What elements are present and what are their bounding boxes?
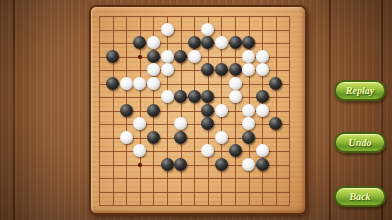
white-stone <box>201 144 214 157</box>
white-stone <box>242 50 255 63</box>
white-stone <box>133 117 146 130</box>
white-stone <box>229 77 242 90</box>
gomoku-board[interactable] <box>89 5 307 215</box>
white-stone <box>161 63 174 76</box>
black-stone <box>242 36 255 49</box>
white-stone <box>256 104 269 117</box>
white-stone <box>242 117 255 130</box>
white-stone <box>256 144 269 157</box>
black-stone <box>188 36 201 49</box>
grid-line-vertical <box>276 16 277 206</box>
white-stone <box>201 23 214 36</box>
grid-line-vertical <box>289 16 290 206</box>
back-button[interactable]: Back <box>334 186 386 207</box>
black-stone <box>147 131 160 144</box>
black-stone <box>201 36 214 49</box>
white-stone <box>133 144 146 157</box>
black-stone <box>174 158 187 171</box>
white-stone <box>161 90 174 103</box>
white-stone <box>215 36 228 49</box>
black-stone <box>201 104 214 117</box>
grid-line-horizontal <box>99 178 290 179</box>
star-point <box>138 163 142 167</box>
black-stone <box>215 158 228 171</box>
white-stone <box>215 131 228 144</box>
black-stone <box>174 90 187 103</box>
black-stone <box>256 158 269 171</box>
black-stone <box>106 77 119 90</box>
grid-line-horizontal <box>99 192 290 193</box>
game-screen: Replay Undo Back <box>0 0 392 220</box>
black-stone <box>256 90 269 103</box>
black-stone <box>229 36 242 49</box>
white-stone <box>229 90 242 103</box>
white-stone <box>215 104 228 117</box>
white-stone <box>133 77 146 90</box>
black-stone <box>147 50 160 63</box>
black-stone <box>174 131 187 144</box>
black-stone <box>269 117 282 130</box>
white-stone <box>161 23 174 36</box>
white-stone <box>256 63 269 76</box>
replay-button[interactable]: Replay <box>334 80 386 101</box>
white-stone <box>174 117 187 130</box>
black-stone <box>133 36 146 49</box>
white-stone <box>147 77 160 90</box>
black-stone <box>229 63 242 76</box>
black-stone <box>269 77 282 90</box>
white-stone <box>161 50 174 63</box>
white-stone <box>188 50 201 63</box>
black-stone <box>106 50 119 63</box>
black-stone <box>201 90 214 103</box>
wood-plank-seam <box>329 0 331 220</box>
black-stone <box>161 158 174 171</box>
black-stone <box>242 131 255 144</box>
black-stone <box>229 144 242 157</box>
undo-button[interactable]: Undo <box>334 132 386 153</box>
white-stone <box>120 77 133 90</box>
white-stone <box>147 36 160 49</box>
white-stone <box>242 104 255 117</box>
black-stone <box>120 104 133 117</box>
white-stone <box>256 50 269 63</box>
white-stone <box>242 63 255 76</box>
grid-line-horizontal <box>99 205 290 206</box>
white-stone <box>242 158 255 171</box>
black-stone <box>215 63 228 76</box>
black-stone <box>147 104 160 117</box>
white-stone <box>120 131 133 144</box>
black-stone <box>201 63 214 76</box>
black-stone <box>201 117 214 130</box>
black-stone <box>188 90 201 103</box>
white-stone <box>147 63 160 76</box>
star-point <box>138 55 142 59</box>
wood-plank-seam <box>13 0 15 220</box>
black-stone <box>174 50 187 63</box>
